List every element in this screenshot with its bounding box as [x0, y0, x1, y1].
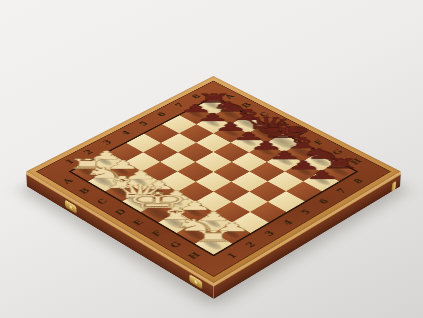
square-h1[interactable]	[195, 233, 232, 255]
photo-backdrop: AA11BB22CC33DD44EE55FF66GG77HH88 ♜♞♟♝♟♛♟…	[0, 0, 423, 318]
square-f3[interactable]	[195, 191, 231, 211]
chess-board-box: AA11BB22CC33DD44EE55FF66GG77HH88 ♜♞♟♝♟♛♟…	[26, 76, 401, 283]
scene: AA11BB22CC33DD44EE55FF66GG77HH88 ♜♞♟♝♟♛♟…	[0, 0, 423, 318]
coord-file-g-near: G	[164, 238, 188, 252]
square-f2[interactable]	[177, 201, 214, 222]
coord-file-h-near: H	[183, 249, 207, 263]
coord-rank-5-right: 5	[295, 206, 318, 219]
coord-rank-3-right: 3	[258, 227, 282, 241]
square-h4[interactable]	[250, 201, 287, 222]
square-e1[interactable]	[140, 201, 177, 222]
square-g3[interactable]	[214, 201, 251, 222]
square-g1[interactable]	[176, 222, 213, 243]
coord-file-f-near: F	[145, 227, 169, 241]
coord-file-d-near: D	[109, 206, 132, 219]
square-f4[interactable]	[214, 181, 250, 201]
coord-rank-7-right: 7	[330, 185, 353, 198]
square-h6[interactable]	[286, 181, 322, 201]
square-f5[interactable]	[231, 172, 267, 192]
coord-rank-2-right: 2	[239, 238, 263, 252]
square-g4[interactable]	[232, 191, 268, 211]
square-h3[interactable]	[232, 212, 269, 233]
square-g2[interactable]	[195, 212, 232, 233]
coord-rank-4-right: 4	[277, 216, 301, 229]
square-f1[interactable]	[158, 212, 195, 233]
square-g5[interactable]	[250, 181, 286, 201]
coord-file-e-near: E	[127, 216, 151, 229]
coord-file-b-near: B	[74, 185, 97, 198]
coord-file-c-near: C	[91, 195, 114, 208]
square-h5[interactable]	[268, 191, 304, 211]
coord-rank-1-right: 1	[220, 249, 244, 263]
coord-rank-6-right: 6	[313, 195, 336, 208]
square-h2[interactable]	[214, 222, 251, 243]
